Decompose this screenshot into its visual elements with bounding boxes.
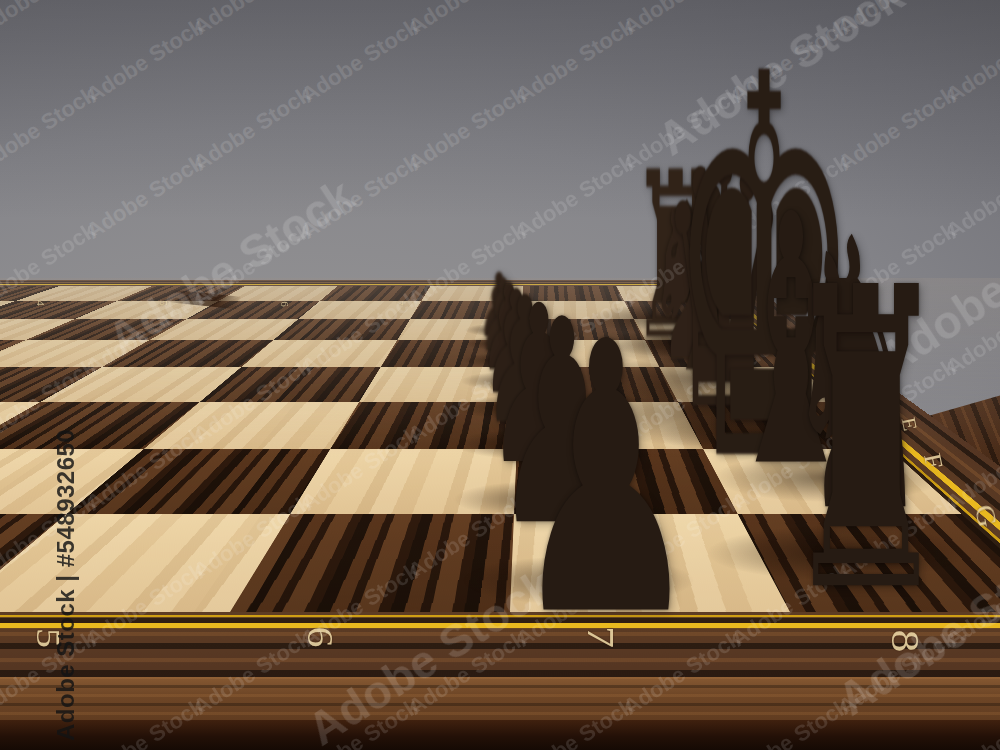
- far-rank-label-5: 5: [158, 300, 168, 306]
- piece-h8-black-rook: ♜: [782, 235, 950, 649]
- table-shadow-band: [0, 720, 1000, 750]
- far-rank-label-6: 6: [279, 301, 288, 307]
- far-rank-label-7: 7: [396, 301, 405, 306]
- square-c5: [273, 319, 410, 341]
- far-rank-label-4: 4: [35, 300, 45, 306]
- square-a5: [320, 286, 430, 301]
- watermark-vertical-label: Adobe Stock | #548932650: [52, 429, 80, 741]
- stock-photo-chessboard: 56784567EFG ♜♞♝♛♚♝♞♜♟♟♟♟♟♟♟♟ Adobe Stock…: [0, 0, 1000, 750]
- piece-h7-black-pawn: ♟: [511, 294, 701, 667]
- near-rank-label-6: 6: [302, 627, 338, 648]
